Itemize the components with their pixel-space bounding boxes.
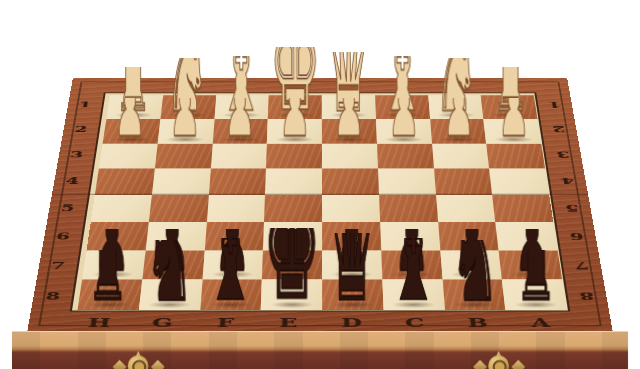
- square-c2[interactable]: ♟: [376, 119, 432, 143]
- piece-glyph: ♟: [169, 77, 201, 141]
- rank-label-8-text: 8: [579, 291, 595, 301]
- clasp-ornament: [150, 360, 164, 369]
- clasp-latch-ring: [132, 360, 146, 369]
- board-top-surface: 12345678 12345678 HGFEDCBA ♜♞♝♚♛♝♞♜♟♟♟♟♟…: [27, 78, 612, 331]
- file-label-e: E: [257, 312, 320, 332]
- square-a2[interactable]: ♟: [484, 119, 542, 143]
- file-label-h-text: H: [87, 316, 111, 328]
- piece-glyph: ♛: [325, 198, 380, 308]
- file-label-g: G: [130, 312, 195, 332]
- rank-label-7: 7: [36, 251, 79, 281]
- rank-label-5-text: 5: [565, 203, 580, 212]
- rank-label-4-text: 4: [560, 176, 575, 185]
- rank-label-3: 3: [57, 141, 96, 167]
- rank-label-6: 6: [556, 222, 598, 251]
- clasp-ornament: [473, 360, 487, 369]
- white-pawn-e2[interactable]: ♟: [270, 98, 318, 141]
- rank-label-1: 1: [536, 93, 574, 117]
- brass-clasp-right: [472, 354, 524, 369]
- rank-label-3: 3: [544, 141, 583, 167]
- piece-glyph: ♟: [114, 77, 146, 141]
- square-b3[interactable]: [432, 143, 490, 168]
- rank-label-3-text: 3: [556, 150, 570, 158]
- rank-label-8-text: 8: [45, 291, 61, 301]
- white-pawn-d2[interactable]: ♟: [325, 98, 373, 141]
- piece-glyph: ♝: [205, 205, 256, 307]
- file-label-d: D: [320, 312, 383, 332]
- rank-label-1: 1: [66, 93, 104, 117]
- white-pawn-a2[interactable]: ♟: [489, 98, 537, 141]
- square-f3[interactable]: [210, 143, 267, 168]
- rank-label-6-text: 6: [55, 231, 70, 240]
- file-label-a: A: [508, 312, 574, 332]
- file-label-f-text: F: [217, 316, 235, 328]
- file-label-e-text: E: [279, 316, 297, 328]
- inner-border-dark-line: ♜♞♝♚♛♝♞♜♟♟♟♟♟♟♟♟♟♟♟♟♟♟♟♟♜♞♝♚♛♝♞♜: [70, 93, 571, 312]
- square-e2[interactable]: ♟: [267, 119, 322, 143]
- rank-label-4: 4: [52, 167, 92, 194]
- rank-label-3-text: 3: [69, 150, 83, 158]
- square-g3[interactable]: [155, 143, 213, 168]
- rank-label-7-text: 7: [574, 260, 590, 270]
- inner-border-light-strip: ♜♞♝♚♛♝♞♜♟♟♟♟♟♟♟♟♟♟♟♟♟♟♟♟♜♞♝♚♛♝♞♜: [72, 93, 568, 310]
- file-label-f: F: [193, 312, 257, 332]
- square-h3[interactable]: [99, 143, 158, 168]
- piece-glyph: ♝: [388, 205, 439, 307]
- piece-glyph: ♜: [515, 223, 557, 307]
- rank-label-2-text: 2: [74, 125, 88, 133]
- black-rook-h8[interactable]: ♜: [77, 250, 141, 307]
- rank-label-1-text: 1: [548, 101, 562, 109]
- chess-board: 12345678 12345678 HGFEDCBA ♜♞♝♚♛♝♞♜♟♟♟♟♟…: [27, 78, 612, 331]
- file-label-a-text: A: [530, 316, 550, 328]
- rank-label-8: 8: [565, 280, 609, 311]
- brass-clasp-left: [112, 354, 164, 369]
- square-f2[interactable]: ♟: [212, 119, 268, 143]
- rank-label-5-text: 5: [60, 203, 75, 212]
- white-pawn-h2[interactable]: ♟: [106, 98, 154, 141]
- square-f8[interactable]: ♝: [200, 280, 262, 310]
- file-label-g-text: G: [152, 316, 174, 328]
- square-g8[interactable]: ♞: [139, 280, 202, 310]
- rank-label-5: 5: [552, 194, 593, 222]
- chess-set-photo: 12345678 12345678 HGFEDCBA ♜♞♝♚♛♝♞♜♟♟♟♟♟…: [0, 0, 640, 369]
- rank-label-4: 4: [548, 167, 588, 194]
- square-b2[interactable]: ♟: [430, 119, 487, 143]
- box-front-face: [12, 331, 628, 369]
- piece-glyph: ♟: [279, 77, 311, 141]
- rank-label-6-text: 6: [569, 231, 584, 240]
- black-rook-a8[interactable]: ♜: [504, 250, 568, 307]
- square-d3[interactable]: [322, 143, 378, 168]
- file-label-b-text: B: [467, 316, 488, 328]
- rank-label-1-text: 1: [78, 101, 92, 109]
- white-pawn-f2[interactable]: ♟: [216, 98, 264, 141]
- piece-glyph: ♟: [333, 77, 365, 141]
- clasp-ornament: [112, 360, 126, 369]
- white-pawn-c2[interactable]: ♟: [380, 98, 428, 141]
- file-label-c-text: C: [405, 316, 425, 328]
- square-b8[interactable]: ♞: [442, 280, 506, 310]
- square-c8[interactable]: ♝: [382, 280, 444, 310]
- white-pawn-b2[interactable]: ♟: [435, 98, 483, 141]
- square-d2[interactable]: ♟: [322, 119, 377, 143]
- file-label-d-text: D: [341, 316, 362, 328]
- square-h2[interactable]: ♟: [103, 119, 161, 143]
- rank-label-6: 6: [42, 222, 84, 251]
- clasp-ornament: [511, 360, 525, 369]
- piece-glyph: ♟: [498, 77, 530, 141]
- playing-area: ♜♞♝♚♛♝♞♜♟♟♟♟♟♟♟♟♟♟♟♟♟♟♟♟♜♞♝♚♛♝♞♜: [78, 95, 562, 307]
- rank-label-2-text: 2: [552, 125, 566, 133]
- file-label-c: C: [383, 312, 447, 332]
- piece-glyph: ♞: [450, 208, 500, 307]
- square-c3[interactable]: [377, 143, 434, 168]
- piece-glyph: ♟: [443, 77, 475, 141]
- clasp-latch-ring: [493, 360, 507, 369]
- black-knight-b8[interactable]: ♞: [437, 240, 512, 307]
- file-label-b: B: [445, 312, 510, 332]
- piece-glyph: ♟: [224, 77, 256, 141]
- rank-label-5: 5: [47, 194, 88, 222]
- rank-label-7-text: 7: [50, 260, 66, 270]
- white-pawn-g2[interactable]: ♟: [161, 98, 209, 141]
- square-a3[interactable]: [486, 143, 545, 168]
- black-knight-g8[interactable]: ♞: [132, 240, 207, 307]
- piece-glyph: ♟: [388, 77, 420, 141]
- rank-label-4-text: 4: [65, 176, 80, 185]
- square-g2[interactable]: ♟: [157, 119, 214, 143]
- file-label-h: H: [67, 312, 133, 332]
- rank-label-8: 8: [31, 280, 75, 311]
- piece-glyph: ♜: [87, 223, 129, 307]
- file-labels-bottom: HGFEDCBA: [67, 312, 574, 332]
- piece-glyph: ♞: [145, 208, 195, 307]
